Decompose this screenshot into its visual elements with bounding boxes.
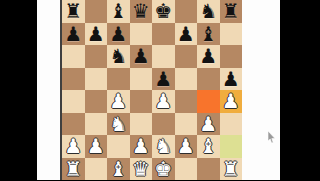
white-rook[interactable]: ♜ [222, 159, 240, 179]
black-king[interactable]: ♚ [154, 1, 172, 21]
square-g4-orange-target-highlight[interactable] [197, 90, 220, 113]
square-g3[interactable]: ♟ [197, 113, 220, 136]
white-knight[interactable]: ♞ [154, 136, 172, 156]
square-a4[interactable] [62, 90, 85, 113]
square-b1[interactable] [85, 158, 108, 181]
square-c3[interactable]: ♞ [107, 113, 130, 136]
square-b5[interactable] [85, 68, 108, 91]
white-rook[interactable]: ♜ [64, 159, 82, 179]
white-pawn[interactable]: ♟ [87, 136, 105, 156]
square-d6[interactable]: ♟ [130, 45, 153, 68]
square-h7[interactable] [220, 23, 243, 46]
square-c6[interactable]: ♞ [107, 45, 130, 68]
square-f3[interactable] [175, 113, 198, 136]
square-a2[interactable]: ♟ [62, 135, 85, 158]
square-g2[interactable]: ♝ [197, 135, 220, 158]
square-c2[interactable] [107, 135, 130, 158]
square-a8[interactable]: ♜ [62, 0, 85, 23]
square-b2[interactable]: ♟ [85, 135, 108, 158]
white-queen[interactable]: ♛ [132, 159, 150, 179]
square-a5[interactable] [62, 68, 85, 91]
white-pawn[interactable]: ♟ [132, 136, 150, 156]
square-h2-last-move-from-highlight[interactable] [220, 135, 243, 158]
app-background-right [242, 0, 280, 180]
square-b6[interactable] [85, 45, 108, 68]
white-pawn[interactable]: ♟ [222, 91, 240, 111]
white-pawn[interactable]: ♟ [199, 114, 217, 134]
square-g7[interactable]: ♝ [197, 23, 220, 46]
white-bishop[interactable]: ♝ [109, 159, 127, 179]
white-pawn[interactable]: ♟ [177, 136, 195, 156]
square-h1[interactable]: ♜ [220, 158, 243, 181]
square-f1[interactable] [175, 158, 198, 181]
square-f6[interactable] [175, 45, 198, 68]
black-bishop[interactable]: ♝ [109, 1, 127, 21]
app-background-left [37, 0, 60, 180]
black-knight[interactable]: ♞ [109, 46, 127, 66]
black-pawn[interactable]: ♟ [199, 46, 217, 66]
white-pawn[interactable]: ♟ [154, 91, 172, 111]
square-d7[interactable] [130, 23, 153, 46]
square-e4[interactable]: ♟ [152, 90, 175, 113]
square-h4-last-move-to-highlight[interactable]: ♟ [220, 90, 243, 113]
black-knight[interactable]: ♞ [199, 1, 217, 21]
black-bishop[interactable]: ♝ [199, 24, 217, 44]
square-f2[interactable]: ♟ [175, 135, 198, 158]
square-e3[interactable] [152, 113, 175, 136]
square-h3[interactable] [220, 113, 243, 136]
square-a6[interactable] [62, 45, 85, 68]
black-pawn[interactable]: ♟ [222, 69, 240, 89]
square-f5[interactable] [175, 68, 198, 91]
square-d2[interactable]: ♟ [130, 135, 153, 158]
square-b3[interactable] [85, 113, 108, 136]
square-c1[interactable]: ♝ [107, 158, 130, 181]
black-queen[interactable]: ♛ [132, 1, 150, 21]
square-g5[interactable] [197, 68, 220, 91]
square-c4[interactable]: ♟ [107, 90, 130, 113]
square-d5[interactable] [130, 68, 153, 91]
video-frame: ♜♝♛♚♞♜♟♟♟♟♝♞♟♟♟♟♟♟♟♞♟♟♟♟♞♟♝♜♝♛♚♜ [0, 0, 320, 180]
black-pawn[interactable]: ♟ [64, 24, 82, 44]
square-f4[interactable] [175, 90, 198, 113]
chess-board[interactable]: ♜♝♛♚♞♜♟♟♟♟♝♞♟♟♟♟♟♟♟♞♟♟♟♟♞♟♝♜♝♛♚♜ [62, 0, 242, 180]
square-c5[interactable] [107, 68, 130, 91]
square-d4[interactable] [130, 90, 153, 113]
black-pawn[interactable]: ♟ [154, 69, 172, 89]
black-pawn[interactable]: ♟ [132, 46, 150, 66]
square-b7[interactable]: ♟ [85, 23, 108, 46]
square-h8[interactable]: ♜ [220, 0, 243, 23]
square-e5[interactable]: ♟ [152, 68, 175, 91]
square-c8[interactable]: ♝ [107, 0, 130, 23]
square-g1[interactable] [197, 158, 220, 181]
black-pawn[interactable]: ♟ [177, 24, 195, 44]
black-rook[interactable]: ♜ [64, 1, 82, 21]
square-d1[interactable]: ♛ [130, 158, 153, 181]
white-pawn[interactable]: ♟ [109, 91, 127, 111]
black-rook[interactable]: ♜ [222, 1, 240, 21]
square-f7[interactable]: ♟ [175, 23, 198, 46]
black-pawn[interactable]: ♟ [109, 24, 127, 44]
square-g6[interactable]: ♟ [197, 45, 220, 68]
black-pawn[interactable]: ♟ [87, 24, 105, 44]
square-a1[interactable]: ♜ [62, 158, 85, 181]
square-b4[interactable] [85, 90, 108, 113]
square-e6[interactable] [152, 45, 175, 68]
square-a7[interactable]: ♟ [62, 23, 85, 46]
square-e1[interactable]: ♚ [152, 158, 175, 181]
square-h5[interactable]: ♟ [220, 68, 243, 91]
square-f8[interactable] [175, 0, 198, 23]
square-e7[interactable] [152, 23, 175, 46]
square-e2[interactable]: ♞ [152, 135, 175, 158]
square-b8[interactable] [85, 0, 108, 23]
square-a3[interactable] [62, 113, 85, 136]
square-c7[interactable]: ♟ [107, 23, 130, 46]
square-g8[interactable]: ♞ [197, 0, 220, 23]
square-d8[interactable]: ♛ [130, 0, 153, 23]
white-king[interactable]: ♚ [154, 159, 172, 179]
square-h6[interactable] [220, 45, 243, 68]
white-bishop[interactable]: ♝ [199, 136, 217, 156]
square-d3[interactable] [130, 113, 153, 136]
white-knight[interactable]: ♞ [109, 114, 127, 134]
white-pawn[interactable]: ♟ [64, 136, 82, 156]
square-e8[interactable]: ♚ [152, 0, 175, 23]
